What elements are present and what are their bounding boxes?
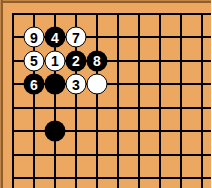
intersection [87, 72, 108, 96]
intersection[interactable] [150, 72, 171, 96]
intersection[interactable] [108, 72, 129, 96]
white-stone: 5 [24, 50, 45, 71]
intersection[interactable] [87, 96, 108, 120]
intersection[interactable] [3, 49, 24, 73]
white-stone: 7 [66, 27, 87, 48]
intersection[interactable] [24, 96, 45, 120]
white-stone: 3 [66, 74, 87, 95]
intersection[interactable] [129, 25, 150, 49]
intersection[interactable] [150, 96, 171, 120]
intersection[interactable] [108, 166, 129, 188]
board-frame-left-edge [0, 0, 3, 188]
black-stone: 6 [24, 74, 45, 95]
intersection[interactable] [192, 2, 212, 26]
intersection[interactable] [3, 96, 24, 120]
intersection[interactable] [192, 166, 212, 188]
intersection[interactable] [66, 166, 87, 188]
intersection[interactable] [171, 166, 192, 188]
intersection[interactable] [45, 2, 66, 26]
intersection[interactable] [171, 119, 192, 143]
move-number: 7 [72, 30, 80, 44]
intersection[interactable] [129, 166, 150, 188]
go-board: 947512863 [0, 0, 211, 188]
intersection[interactable] [45, 166, 66, 188]
intersection[interactable] [108, 2, 129, 26]
intersection[interactable] [171, 2, 192, 26]
black-stone [45, 74, 66, 95]
intersection[interactable] [3, 143, 24, 167]
intersection[interactable] [171, 49, 192, 73]
intersection[interactable] [171, 143, 192, 167]
move-number: 8 [93, 54, 101, 68]
intersection: 2 [66, 49, 87, 73]
move-number: 3 [72, 77, 80, 91]
intersection[interactable] [171, 72, 192, 96]
intersection[interactable] [3, 25, 24, 49]
intersection[interactable] [108, 25, 129, 49]
intersection[interactable] [150, 49, 171, 73]
intersection: 3 [66, 72, 87, 96]
intersection[interactable] [129, 143, 150, 167]
intersection[interactable] [129, 49, 150, 73]
intersection[interactable] [3, 119, 24, 143]
intersection[interactable] [192, 25, 212, 49]
intersection[interactable] [192, 49, 212, 73]
intersection: 5 [24, 49, 45, 73]
intersection[interactable] [192, 72, 212, 96]
white-stone: 1 [45, 50, 66, 71]
intersection: 4 [45, 25, 66, 49]
intersection: 1 [45, 49, 66, 73]
intersection[interactable] [150, 119, 171, 143]
intersection[interactable] [3, 166, 24, 188]
intersection[interactable] [192, 96, 212, 120]
intersection[interactable] [66, 143, 87, 167]
intersection[interactable] [24, 2, 45, 26]
intersection[interactable] [3, 2, 24, 26]
intersection[interactable] [108, 49, 129, 73]
intersection[interactable] [3, 72, 24, 96]
move-number: 6 [30, 77, 38, 91]
intersection[interactable] [150, 25, 171, 49]
intersection[interactable] [150, 166, 171, 188]
intersection[interactable] [45, 96, 66, 120]
intersection[interactable] [87, 143, 108, 167]
intersection[interactable] [24, 119, 45, 143]
move-number: 9 [30, 30, 38, 44]
intersection: 8 [87, 49, 108, 73]
intersection[interactable] [87, 119, 108, 143]
intersection[interactable] [108, 143, 129, 167]
intersection[interactable] [129, 72, 150, 96]
intersection[interactable] [108, 96, 129, 120]
intersection [45, 72, 66, 96]
move-number: 2 [72, 54, 80, 68]
intersection: 7 [66, 25, 87, 49]
intersection[interactable] [24, 143, 45, 167]
white-stone: 9 [24, 27, 45, 48]
intersection[interactable] [66, 2, 87, 26]
intersection[interactable] [45, 143, 66, 167]
intersection[interactable] [129, 119, 150, 143]
intersection[interactable] [66, 96, 87, 120]
board-grid: 947512863 [3, 2, 212, 188]
board-frame-top-edge [0, 0, 211, 3]
intersection[interactable] [87, 25, 108, 49]
intersection[interactable] [171, 25, 192, 49]
intersection[interactable] [150, 2, 171, 26]
move-number: 5 [30, 54, 38, 68]
intersection[interactable] [66, 119, 87, 143]
intersection[interactable] [171, 96, 192, 120]
intersection[interactable] [129, 2, 150, 26]
intersection[interactable] [150, 143, 171, 167]
move-number: 1 [51, 54, 59, 68]
black-stone: 2 [66, 50, 87, 71]
intersection [45, 119, 66, 143]
intersection[interactable] [24, 166, 45, 188]
white-stone [87, 74, 108, 95]
intersection[interactable] [108, 119, 129, 143]
black-stone: 8 [87, 50, 108, 71]
intersection[interactable] [192, 143, 212, 167]
intersection: 9 [24, 25, 45, 49]
move-number: 4 [51, 30, 59, 44]
intersection: 6 [24, 72, 45, 96]
black-stone [45, 121, 66, 142]
intersection[interactable] [87, 2, 108, 26]
intersection[interactable] [192, 119, 212, 143]
black-stone: 4 [45, 27, 66, 48]
intersection[interactable] [129, 96, 150, 120]
intersection[interactable] [87, 166, 108, 188]
